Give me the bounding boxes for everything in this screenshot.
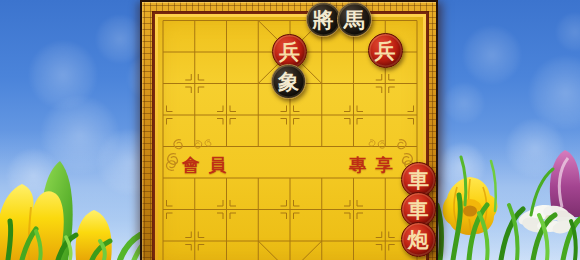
piece-label: 車 — [408, 199, 429, 220]
flowers-right — [435, 85, 580, 260]
piece-label: 車 — [408, 169, 429, 190]
piece-black-general-f0[interactable]: 將 — [306, 2, 341, 37]
app-screen: 會員 專享 將 馬 兵 兵 象 車 車 炮 — [0, 0, 580, 260]
cloud-bokeh — [462, 25, 522, 85]
piece-label: 馬 — [344, 9, 365, 30]
xiangqi-board[interactable]: 會員 專享 將 馬 兵 兵 象 車 車 炮 — [140, 0, 438, 260]
piece-label: 將 — [313, 9, 334, 30]
piece-red-cannon-i7[interactable]: 炮 — [401, 222, 436, 257]
river-watermark-left: 會員 — [182, 153, 235, 177]
piece-label: 炮 — [408, 229, 429, 250]
piece-label: 兵 — [279, 41, 300, 62]
piece-black-horse-g0[interactable]: 馬 — [337, 2, 372, 37]
flowers-left — [0, 125, 145, 260]
river-watermark-right: 專享 — [349, 153, 402, 177]
piece-label: 象 — [278, 71, 299, 92]
piece-black-elephant-e2[interactable]: 象 — [271, 64, 306, 99]
piece-red-soldier-h1[interactable]: 兵 — [368, 33, 403, 68]
piece-label: 兵 — [375, 40, 396, 61]
